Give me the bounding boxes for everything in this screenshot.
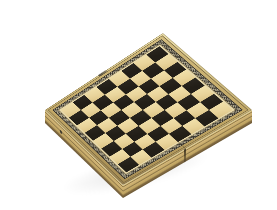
clasp-pin <box>60 129 62 134</box>
photo-scene <box>0 0 277 210</box>
fold-seam-icon <box>184 149 186 163</box>
